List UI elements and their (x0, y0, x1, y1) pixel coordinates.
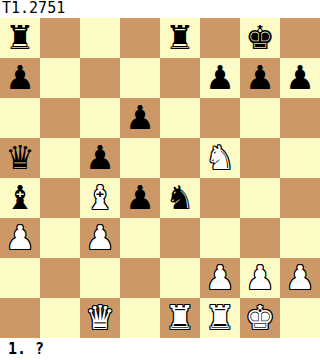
square-c2[interactable] (80, 258, 120, 298)
piece-black-pawn[interactable]: ♟ (125, 178, 155, 218)
square-a7[interactable]: ♟ (0, 58, 40, 98)
square-c4[interactable]: ♝ (80, 178, 120, 218)
square-c8[interactable] (80, 18, 120, 58)
square-g2[interactable]: ♟ (240, 258, 280, 298)
square-d4[interactable]: ♟ (120, 178, 160, 218)
square-d1[interactable] (120, 298, 160, 338)
puzzle-id: T1.2751 (0, 0, 320, 18)
square-e7[interactable] (160, 58, 200, 98)
square-f5[interactable]: ♞ (200, 138, 240, 178)
piece-white-bishop[interactable]: ♝ (85, 178, 115, 218)
square-b5[interactable] (40, 138, 80, 178)
square-g4[interactable] (240, 178, 280, 218)
square-f2[interactable]: ♟ (200, 258, 240, 298)
square-h6[interactable] (280, 98, 320, 138)
square-e4[interactable]: ♞ (160, 178, 200, 218)
square-f6[interactable] (200, 98, 240, 138)
piece-black-rook[interactable]: ♜ (165, 18, 195, 58)
square-e5[interactable] (160, 138, 200, 178)
square-c5[interactable]: ♟ (80, 138, 120, 178)
piece-black-pawn[interactable]: ♟ (5, 58, 35, 98)
square-d6[interactable]: ♟ (120, 98, 160, 138)
square-b6[interactable] (40, 98, 80, 138)
piece-black-pawn[interactable]: ♟ (205, 58, 235, 98)
piece-white-pawn[interactable]: ♟ (245, 258, 275, 298)
square-e2[interactable] (160, 258, 200, 298)
square-d5[interactable] (120, 138, 160, 178)
square-e6[interactable] (160, 98, 200, 138)
piece-black-bishop[interactable]: ♝ (5, 178, 35, 218)
square-c6[interactable] (80, 98, 120, 138)
piece-black-pawn[interactable]: ♟ (125, 98, 155, 138)
square-f7[interactable]: ♟ (200, 58, 240, 98)
square-e1[interactable]: ♜ (160, 298, 200, 338)
piece-black-queen[interactable]: ♛ (5, 138, 35, 178)
square-e8[interactable]: ♜ (160, 18, 200, 58)
piece-white-rook[interactable]: ♜ (165, 298, 195, 338)
square-g7[interactable]: ♟ (240, 58, 280, 98)
chess-board: ♜♜♚♟♟♟♟♟♛♟♞♝♝♟♞♟♟♟♟♟♛♜♜♚ (0, 18, 320, 338)
square-d7[interactable] (120, 58, 160, 98)
piece-black-pawn[interactable]: ♟ (245, 58, 275, 98)
square-a3[interactable]: ♟ (0, 218, 40, 258)
square-d8[interactable] (120, 18, 160, 58)
square-h7[interactable]: ♟ (280, 58, 320, 98)
square-f1[interactable]: ♜ (200, 298, 240, 338)
square-f8[interactable] (200, 18, 240, 58)
piece-white-rook[interactable]: ♜ (205, 298, 235, 338)
piece-white-pawn[interactable]: ♟ (5, 218, 35, 258)
square-g5[interactable] (240, 138, 280, 178)
square-b1[interactable] (40, 298, 80, 338)
square-c3[interactable]: ♟ (80, 218, 120, 258)
square-a6[interactable] (0, 98, 40, 138)
square-h2[interactable]: ♟ (280, 258, 320, 298)
square-a5[interactable]: ♛ (0, 138, 40, 178)
square-f4[interactable] (200, 178, 240, 218)
square-c1[interactable]: ♛ (80, 298, 120, 338)
square-h3[interactable] (280, 218, 320, 258)
square-b8[interactable] (40, 18, 80, 58)
square-e3[interactable] (160, 218, 200, 258)
square-b2[interactable] (40, 258, 80, 298)
square-h1[interactable] (280, 298, 320, 338)
chess-puzzle-app: T1.2751 ♜♜♚♟♟♟♟♟♛♟♞♝♝♟♞♟♟♟♟♟♛♜♜♚ 1. ? (0, 0, 320, 360)
piece-white-pawn[interactable]: ♟ (205, 258, 235, 298)
piece-white-queen[interactable]: ♛ (85, 298, 115, 338)
square-a8[interactable]: ♜ (0, 18, 40, 58)
square-g8[interactable]: ♚ (240, 18, 280, 58)
piece-black-rook[interactable]: ♜ (5, 18, 35, 58)
piece-black-king[interactable]: ♚ (245, 18, 275, 58)
square-d2[interactable] (120, 258, 160, 298)
piece-black-pawn[interactable]: ♟ (285, 58, 315, 98)
square-h8[interactable] (280, 18, 320, 58)
square-d3[interactable] (120, 218, 160, 258)
piece-white-king[interactable]: ♚ (245, 298, 275, 338)
square-h5[interactable] (280, 138, 320, 178)
square-a2[interactable] (0, 258, 40, 298)
piece-white-pawn[interactable]: ♟ (85, 218, 115, 258)
piece-black-knight[interactable]: ♞ (165, 178, 195, 218)
square-b3[interactable] (40, 218, 80, 258)
square-c7[interactable] (80, 58, 120, 98)
square-f3[interactable] (200, 218, 240, 258)
square-h4[interactable] (280, 178, 320, 218)
piece-white-pawn[interactable]: ♟ (285, 258, 315, 298)
square-b4[interactable] (40, 178, 80, 218)
square-a1[interactable] (0, 298, 40, 338)
square-a4[interactable]: ♝ (0, 178, 40, 218)
square-g3[interactable] (240, 218, 280, 258)
piece-black-pawn[interactable]: ♟ (85, 138, 115, 178)
move-prompt: 1. ? (0, 338, 320, 360)
square-b7[interactable] (40, 58, 80, 98)
square-g1[interactable]: ♚ (240, 298, 280, 338)
square-g6[interactable] (240, 98, 280, 138)
piece-white-knight[interactable]: ♞ (205, 138, 235, 178)
